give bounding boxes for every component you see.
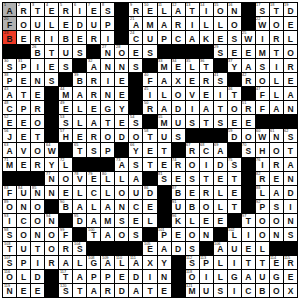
letter-cell[interactable]: D — [172, 242, 185, 255]
letter-cell[interactable]: 118O — [186, 270, 199, 283]
letter-cell[interactable]: 97T — [242, 214, 255, 227]
letter-cell[interactable]: T — [101, 115, 114, 128]
letter-cell[interactable]: 116O — [3, 270, 16, 283]
letter-cell[interactable]: 84U — [17, 186, 30, 199]
letter-cell[interactable]: D — [115, 129, 128, 142]
letter-cell[interactable]: M — [101, 214, 114, 227]
letter-cell[interactable]: E — [17, 284, 30, 297]
letter-cell[interactable]: 81S — [158, 172, 171, 185]
letter-cell[interactable]: 113P — [200, 256, 213, 269]
letter-cell[interactable]: E — [214, 172, 227, 185]
letter-cell[interactable]: 59D — [228, 129, 241, 142]
letter-cell[interactable]: 72L — [59, 158, 72, 171]
letter-cell[interactable]: D — [31, 270, 44, 283]
letter-cell[interactable]: S — [228, 31, 241, 44]
letter-cell[interactable]: 30S — [3, 59, 16, 72]
letter-cell[interactable]: P — [101, 270, 114, 283]
letter-cell[interactable]: E — [172, 228, 185, 241]
letter-cell[interactable]: S — [186, 242, 199, 255]
letter-cell[interactable]: E — [17, 158, 30, 171]
letter-cell[interactable]: C — [87, 186, 100, 199]
letter-cell[interactable]: 14I — [200, 3, 213, 16]
letter-cell[interactable]: T — [214, 101, 227, 114]
letter-cell[interactable]: G — [270, 270, 283, 283]
letter-cell[interactable]: I — [256, 31, 269, 44]
letter-cell[interactable]: E — [17, 115, 30, 128]
letter-cell[interactable]: 34E — [172, 59, 185, 72]
letter-cell[interactable]: E — [284, 270, 297, 283]
letter-cell[interactable]: S — [129, 228, 142, 241]
letter-cell[interactable]: O — [242, 129, 255, 142]
letter-cell[interactable]: 74R — [172, 158, 185, 171]
letter-cell[interactable]: 7E — [87, 3, 100, 16]
letter-cell[interactable]: 31P — [17, 59, 30, 72]
letter-cell[interactable]: R — [59, 242, 72, 255]
letter-cell[interactable]: 27N — [101, 45, 114, 58]
letter-cell[interactable]: 36T — [200, 59, 213, 72]
letter-cell[interactable]: 26B — [31, 45, 44, 58]
letter-cell[interactable]: O — [31, 115, 44, 128]
letter-cell[interactable]: T — [242, 256, 255, 269]
letter-cell[interactable]: 57H — [59, 129, 72, 142]
letter-cell[interactable]: A — [284, 158, 297, 171]
letter-cell[interactable]: G — [228, 270, 241, 283]
letter-cell[interactable]: C — [129, 200, 142, 213]
letter-cell[interactable]: R — [270, 31, 283, 44]
letter-cell[interactable]: N — [101, 59, 114, 72]
letter-cell[interactable]: R — [172, 17, 185, 30]
letter-cell[interactable]: 100T — [87, 228, 100, 241]
letter-cell[interactable]: U — [17, 242, 30, 255]
letter-cell[interactable]: E — [158, 158, 171, 171]
letter-cell[interactable]: O — [115, 186, 128, 199]
letter-cell[interactable]: I — [200, 270, 213, 283]
letter-cell[interactable]: 44M — [59, 87, 72, 100]
letter-cell[interactable]: O — [31, 200, 44, 213]
letter-cell[interactable]: A — [101, 228, 114, 241]
letter-cell[interactable]: T — [31, 242, 44, 255]
letter-cell[interactable]: 20F — [3, 17, 16, 30]
letter-cell[interactable]: L — [186, 214, 199, 227]
letter-cell[interactable]: 101P — [158, 228, 171, 241]
letter-cell[interactable]: E — [186, 73, 199, 86]
letter-cell[interactable]: O — [45, 228, 58, 241]
letter-cell[interactable]: E — [129, 214, 142, 227]
letter-cell[interactable]: 18T — [270, 3, 283, 16]
letter-cell[interactable]: C — [242, 284, 255, 297]
letter-cell[interactable]: T — [228, 200, 241, 213]
letter-cell[interactable]: O — [228, 101, 241, 114]
letter-cell[interactable]: R — [45, 256, 58, 269]
letter-cell[interactable]: 54S — [129, 115, 142, 128]
letter-cell[interactable]: 24C — [129, 31, 142, 44]
letter-cell[interactable]: E — [59, 186, 72, 199]
letter-cell[interactable]: R — [31, 31, 44, 44]
letter-cell[interactable]: N — [284, 214, 297, 227]
letter-cell[interactable]: 58T — [143, 129, 156, 142]
letter-cell[interactable]: Y — [45, 158, 58, 171]
letter-cell[interactable]: R — [87, 31, 100, 44]
letter-cell[interactable]: E — [242, 115, 255, 128]
letter-cell[interactable]: I — [270, 59, 283, 72]
letter-cell[interactable]: 53S — [59, 115, 72, 128]
letter-cell[interactable]: S — [256, 59, 269, 72]
letter-cell[interactable]: 1A — [3, 3, 16, 16]
letter-cell[interactable]: 96K — [172, 214, 185, 227]
letter-cell[interactable]: 76I — [256, 158, 269, 171]
letter-cell[interactable]: 21A — [129, 17, 142, 30]
letter-cell[interactable]: I — [31, 256, 44, 269]
letter-cell[interactable]: 22W — [256, 17, 269, 30]
letter-cell[interactable]: 45I — [143, 87, 156, 100]
letter-cell[interactable]: A — [284, 87, 297, 100]
letter-cell[interactable]: 4E — [45, 3, 58, 16]
letter-cell[interactable]: T — [256, 256, 269, 269]
letter-cell[interactable]: 93I — [3, 214, 16, 227]
letter-cell[interactable]: G — [101, 101, 114, 114]
letter-cell[interactable]: 75S — [228, 158, 241, 171]
letter-cell[interactable]: R — [200, 73, 213, 86]
letter-cell[interactable]: 15O — [214, 3, 227, 16]
letter-cell[interactable]: E — [115, 115, 128, 128]
letter-cell[interactable]: I — [31, 59, 44, 72]
letter-cell[interactable]: L — [200, 17, 213, 30]
letter-cell[interactable]: A — [87, 284, 100, 297]
letter-cell[interactable]: S — [115, 214, 128, 227]
letter-cell[interactable]: 108G — [87, 256, 100, 269]
letter-cell[interactable]: 70S — [242, 143, 255, 156]
letter-cell[interactable]: 13T — [186, 3, 199, 16]
letter-cell[interactable]: N — [101, 87, 114, 100]
letter-cell[interactable]: 66Y — [129, 143, 142, 156]
letter-cell[interactable]: T — [143, 284, 156, 297]
letter-cell[interactable]: Y — [115, 101, 128, 114]
letter-cell[interactable]: U — [228, 242, 241, 255]
letter-cell[interactable]: 77N — [45, 172, 58, 185]
letter-cell[interactable]: P — [101, 17, 114, 30]
letter-cell[interactable]: 52E — [3, 115, 16, 128]
letter-cell[interactable]: A — [87, 214, 100, 227]
letter-cell[interactable]: 23B — [3, 31, 16, 44]
letter-cell[interactable]: U — [172, 115, 185, 128]
letter-cell[interactable]: S — [186, 115, 199, 128]
letter-cell[interactable]: 89O — [3, 200, 16, 213]
letter-cell[interactable]: 110L — [115, 256, 128, 269]
letter-cell[interactable]: T — [143, 158, 156, 171]
letter-cell[interactable]: U — [59, 45, 72, 58]
letter-cell[interactable]: 28O — [115, 45, 128, 58]
letter-cell[interactable]: 65T — [73, 143, 86, 156]
letter-cell[interactable]: L — [214, 270, 227, 283]
letter-cell[interactable]: O — [270, 284, 283, 297]
letter-cell[interactable]: O — [17, 228, 30, 241]
letter-cell[interactable]: 32A — [87, 59, 100, 72]
letter-cell[interactable]: N — [31, 228, 44, 241]
letter-cell[interactable]: A — [158, 101, 171, 114]
letter-cell[interactable]: E — [73, 31, 86, 44]
letter-cell[interactable]: I — [101, 31, 114, 44]
letter-cell[interactable]: 6I — [73, 3, 86, 16]
letter-cell[interactable]: A — [73, 87, 86, 100]
letter-cell[interactable]: E — [200, 214, 213, 227]
letter-cell[interactable]: E — [214, 214, 227, 227]
letter-cell[interactable]: 82R — [256, 172, 269, 185]
letter-cell[interactable]: E — [284, 73, 297, 86]
letter-cell[interactable]: E — [129, 45, 142, 58]
letter-cell[interactable]: A — [270, 101, 283, 114]
letter-cell[interactable]: O — [59, 172, 72, 185]
letter-cell[interactable]: O — [256, 73, 269, 86]
letter-cell[interactable]: 98S — [3, 228, 16, 241]
letter-cell[interactable]: O — [172, 87, 185, 100]
letter-cell[interactable]: D — [284, 186, 297, 199]
letter-cell[interactable]: 68C — [200, 143, 213, 156]
letter-cell[interactable]: O — [45, 242, 58, 255]
letter-cell[interactable]: S — [214, 284, 227, 297]
letter-cell[interactable]: V — [186, 87, 199, 100]
letter-cell[interactable]: 115R — [284, 256, 297, 269]
letter-cell[interactable]: I — [214, 87, 227, 100]
letter-cell[interactable]: R — [87, 129, 100, 142]
letter-cell[interactable]: U — [129, 186, 142, 199]
letter-cell[interactable]: E — [228, 45, 241, 58]
letter-cell[interactable]: I — [186, 101, 199, 114]
letter-cell[interactable]: I — [186, 17, 199, 30]
letter-cell[interactable]: E — [73, 129, 86, 142]
letter-cell[interactable]: E — [228, 186, 241, 199]
letter-cell[interactable]: O — [270, 214, 283, 227]
letter-cell[interactable]: L — [214, 200, 227, 213]
letter-cell[interactable]: 78V — [73, 172, 86, 185]
letter-cell[interactable]: N — [270, 228, 283, 241]
letter-cell[interactable]: O — [129, 129, 142, 142]
letter-cell[interactable]: L — [214, 186, 227, 199]
letter-cell[interactable]: E — [17, 31, 30, 44]
letter-cell[interactable]: D — [73, 17, 86, 30]
letter-cell[interactable]: E — [143, 200, 156, 213]
letter-cell[interactable]: 38P — [3, 73, 16, 86]
letter-cell[interactable]: A — [101, 200, 114, 213]
letter-cell[interactable]: L — [143, 214, 156, 227]
letter-cell[interactable]: 37Y — [228, 59, 241, 72]
letter-cell[interactable]: 55M — [158, 115, 171, 128]
letter-cell[interactable]: I — [143, 270, 156, 283]
letter-cell[interactable]: R — [270, 158, 283, 171]
letter-cell[interactable]: 2R — [17, 3, 30, 16]
letter-cell[interactable]: 48C — [3, 101, 16, 114]
letter-cell[interactable]: E — [284, 17, 297, 30]
letter-cell[interactable]: P — [101, 143, 114, 156]
letter-cell[interactable]: A — [158, 17, 171, 30]
letter-cell[interactable]: O — [101, 129, 114, 142]
letter-cell[interactable]: 95D — [73, 214, 86, 227]
letter-cell[interactable]: 49E — [59, 101, 72, 114]
letter-cell[interactable]: 35L — [186, 59, 199, 72]
letter-cell[interactable]: H — [256, 143, 269, 156]
letter-cell[interactable]: I — [101, 73, 114, 86]
letter-cell[interactable]: 90B — [59, 200, 72, 213]
letter-cell[interactable]: 107S — [3, 256, 16, 269]
letter-cell[interactable]: 105E — [143, 242, 156, 255]
letter-cell[interactable]: 92P — [256, 200, 269, 213]
letter-cell[interactable]: 79E — [87, 172, 100, 185]
letter-cell[interactable]: T — [284, 143, 297, 156]
letter-cell[interactable]: 99F — [59, 228, 72, 241]
letter-cell[interactable]: N — [45, 186, 58, 199]
letter-cell[interactable]: E — [242, 45, 255, 58]
letter-cell[interactable]: A — [129, 284, 142, 297]
letter-cell[interactable]: Y — [158, 256, 171, 269]
letter-cell[interactable]: L — [87, 200, 100, 213]
letter-cell[interactable]: R — [101, 284, 114, 297]
letter-cell[interactable]: L — [284, 31, 297, 44]
letter-cell[interactable]: A — [129, 172, 142, 185]
letter-cell[interactable]: E — [17, 129, 30, 142]
letter-cell[interactable]: M — [256, 45, 269, 58]
letter-cell[interactable]: 87B — [172, 186, 185, 199]
letter-cell[interactable]: 73A — [115, 158, 128, 171]
letter-cell[interactable]: E — [143, 143, 156, 156]
letter-cell[interactable]: 112S — [186, 256, 199, 269]
letter-cell[interactable]: S — [214, 115, 227, 128]
letter-cell[interactable]: U — [31, 17, 44, 30]
letter-cell[interactable]: L — [101, 186, 114, 199]
letter-cell[interactable]: M — [143, 17, 156, 30]
letter-cell[interactable]: S — [172, 129, 185, 142]
letter-cell[interactable]: 60W — [256, 129, 269, 142]
letter-cell[interactable]: I — [45, 31, 58, 44]
letter-cell[interactable]: O — [270, 17, 283, 30]
letter-cell[interactable]: U — [158, 129, 171, 142]
letter-cell[interactable]: 109A — [101, 256, 114, 269]
letter-cell[interactable]: A — [87, 115, 100, 128]
letter-cell[interactable]: T — [270, 45, 283, 58]
letter-cell[interactable]: 11L — [158, 3, 171, 16]
letter-cell[interactable]: K — [200, 31, 213, 44]
letter-cell[interactable]: L — [73, 256, 86, 269]
letter-cell[interactable]: A — [158, 242, 171, 255]
letter-cell[interactable]: O — [200, 200, 213, 213]
letter-cell[interactable]: 106A — [214, 242, 227, 255]
letter-cell[interactable]: E — [214, 31, 227, 44]
letter-cell[interactable]: T — [200, 115, 213, 128]
letter-cell[interactable]: 61N — [270, 129, 283, 142]
letter-cell[interactable]: 85N — [31, 186, 44, 199]
letter-cell[interactable]: A — [73, 200, 86, 213]
letter-cell[interactable]: A — [242, 270, 255, 283]
letter-cell[interactable]: L — [17, 270, 30, 283]
letter-cell[interactable]: N — [284, 172, 297, 185]
letter-cell[interactable]: 121M — [186, 284, 199, 297]
letter-cell[interactable]: S — [73, 45, 86, 58]
letter-cell[interactable]: S — [129, 59, 142, 72]
letter-cell[interactable]: S — [186, 172, 199, 185]
letter-cell[interactable]: 119N — [3, 284, 16, 297]
letter-cell[interactable]: U — [87, 17, 100, 30]
letter-cell[interactable]: T — [31, 129, 44, 142]
letter-cell[interactable]: 86D — [143, 186, 156, 199]
letter-cell[interactable]: R — [200, 186, 213, 199]
letter-cell[interactable]: L — [256, 242, 269, 255]
letter-cell[interactable]: T — [73, 284, 86, 297]
letter-cell[interactable]: E — [45, 59, 58, 72]
letter-cell[interactable]: 41S — [214, 73, 227, 86]
letter-cell[interactable]: X — [143, 256, 156, 269]
letter-cell[interactable]: S — [143, 45, 156, 58]
letter-cell[interactable]: 10E — [143, 3, 156, 16]
letter-cell[interactable]: E — [228, 115, 241, 128]
letter-cell[interactable]: D — [129, 270, 142, 283]
letter-cell[interactable]: 91U — [172, 200, 185, 213]
letter-cell[interactable]: O — [256, 228, 269, 241]
letter-cell[interactable]: S — [87, 143, 100, 156]
letter-cell[interactable]: S — [284, 228, 297, 241]
letter-cell[interactable]: N — [158, 270, 171, 283]
letter-cell[interactable]: 117T — [59, 270, 72, 283]
letter-cell[interactable]: 80L — [101, 172, 114, 185]
letter-cell[interactable]: 120S — [59, 284, 72, 297]
letter-cell[interactable]: B — [59, 31, 72, 44]
letter-cell[interactable]: 104S — [73, 242, 86, 255]
letter-cell[interactable]: 17S — [256, 3, 269, 16]
letter-cell[interactable]: L — [73, 101, 86, 114]
letter-cell[interactable]: E — [17, 73, 30, 86]
letter-cell[interactable]: 56J — [3, 129, 16, 142]
letter-cell[interactable]: L — [214, 256, 227, 269]
letter-cell[interactable]: C — [172, 31, 185, 44]
letter-cell[interactable]: N — [31, 73, 44, 86]
letter-cell[interactable]: 3T — [31, 3, 44, 16]
letter-cell[interactable]: 111A — [129, 256, 142, 269]
letter-cell[interactable]: T — [200, 172, 213, 185]
letter-cell[interactable]: 9R — [129, 3, 142, 16]
letter-cell[interactable]: L — [115, 172, 128, 185]
letter-cell[interactable]: V — [17, 143, 30, 156]
letter-cell[interactable]: P — [87, 270, 100, 283]
letter-cell[interactable]: O — [115, 228, 128, 241]
letter-cell[interactable]: A — [59, 256, 72, 269]
letter-cell[interactable]: R — [87, 87, 100, 100]
letter-cell[interactable]: L — [45, 17, 58, 30]
letter-cell[interactable]: E — [31, 284, 44, 297]
letter-cell[interactable]: E — [115, 87, 128, 100]
letter-cell[interactable]: 25W — [242, 31, 255, 44]
letter-cell[interactable]: U — [256, 270, 269, 283]
letter-cell[interactable]: 83F — [3, 186, 16, 199]
letter-cell[interactable]: 94N — [45, 214, 58, 227]
letter-cell[interactable]: I — [242, 228, 255, 241]
letter-cell[interactable]: 12A — [172, 3, 185, 16]
letter-cell[interactable]: O — [186, 228, 199, 241]
letter-cell[interactable]: 46T — [228, 87, 241, 100]
letter-cell[interactable]: P — [17, 101, 30, 114]
letter-cell[interactable]: D — [172, 101, 185, 114]
letter-cell[interactable]: 16N — [228, 3, 241, 16]
letter-cell[interactable]: I — [200, 158, 213, 171]
letter-cell[interactable]: T — [228, 172, 241, 185]
letter-cell[interactable]: A — [200, 101, 213, 114]
letter-cell[interactable]: L — [73, 115, 86, 128]
letter-cell[interactable]: O — [31, 143, 44, 156]
letter-cell[interactable]: L — [270, 73, 283, 86]
letter-cell[interactable]: P — [17, 256, 30, 269]
letter-cell[interactable]: 64W — [45, 143, 58, 156]
letter-cell[interactable]: A — [73, 270, 86, 283]
letter-cell[interactable]: B — [186, 200, 199, 213]
letter-cell[interactable]: 62S — [284, 129, 297, 142]
letter-cell[interactable]: S — [45, 73, 58, 86]
letter-cell[interactable]: R — [87, 73, 100, 86]
